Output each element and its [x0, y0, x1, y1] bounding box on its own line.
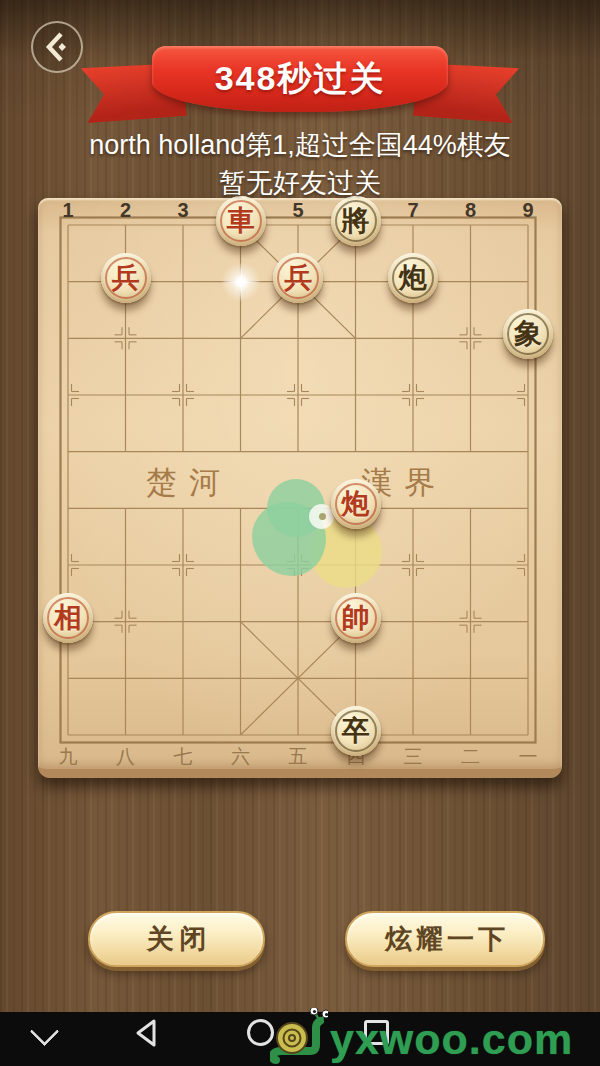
back-arrow-icon — [40, 30, 74, 64]
piece-glyph: 車 — [227, 207, 255, 235]
file-label-bottom: 八 — [116, 744, 135, 770]
piece-red-cannon[interactable]: 炮 — [331, 479, 381, 529]
piece-red-soldier[interactable]: 兵 — [273, 253, 323, 303]
back-button[interactable] — [31, 21, 83, 73]
file-label-top: 1 — [62, 199, 73, 222]
file-label-top: 9 — [522, 199, 533, 222]
close-button[interactable]: 关闭 — [88, 911, 265, 967]
hide-keyboard-icon[interactable] — [30, 1017, 60, 1047]
file-label-top: 3 — [177, 199, 188, 222]
file-label-bottom: 七 — [174, 744, 193, 770]
friends-status-text: 暂无好友过关 — [0, 165, 600, 201]
result-ribbon: 348秒过关 — [0, 0, 600, 140]
file-label-top: 5 — [292, 199, 303, 222]
river-label-chu-he: 楚河 — [146, 462, 232, 504]
piece-red-soldier[interactable]: 兵 — [101, 253, 151, 303]
piece-glyph: 帥 — [342, 604, 370, 632]
piece-glyph: 相 — [54, 604, 82, 632]
piece-red-general[interactable]: 帥 — [331, 593, 381, 643]
result-title: 348秒过关 — [215, 56, 386, 102]
snail-logo-icon — [270, 1008, 328, 1064]
snail-watermark-pupil — [319, 513, 326, 520]
file-label-top: 2 — [120, 199, 131, 222]
piece-glyph: 炮 — [399, 264, 427, 292]
file-label-top: 7 — [407, 199, 418, 222]
file-label-top: 8 — [465, 199, 476, 222]
piece-glyph: 兵 — [284, 264, 312, 292]
piece-black-elephant[interactable]: 象 — [503, 309, 553, 359]
piece-black-soldier[interactable]: 卒 — [331, 706, 381, 756]
file-label-bottom: 三 — [404, 744, 423, 770]
piece-glyph: 卒 — [342, 717, 370, 745]
piece-black-general[interactable]: 將 — [331, 196, 381, 246]
last-move-sparkle — [220, 261, 262, 303]
piece-red-chariot[interactable]: 車 — [216, 196, 266, 246]
file-label-bottom: 九 — [59, 744, 78, 770]
piece-glyph: 象 — [514, 320, 542, 348]
file-label-bottom: 五 — [289, 744, 308, 770]
ribbon-band: 348秒过关 — [152, 46, 448, 112]
piece-black-cannon[interactable]: 炮 — [388, 253, 438, 303]
file-label-bottom: 六 — [231, 744, 250, 770]
show-off-button[interactable]: 炫耀一下 — [345, 911, 545, 967]
piece-red-elephant[interactable]: 相 — [43, 593, 93, 643]
android-back-icon[interactable] — [132, 1018, 162, 1048]
file-label-bottom: 一 — [519, 744, 538, 770]
piece-glyph: 兵 — [112, 264, 140, 292]
site-watermark-text: yxwoo.com — [330, 1018, 573, 1061]
xiangqi-board: 楚河 漢界 123456789 九八七六五四三二一 車將兵兵炮象炮相帥卒 — [38, 198, 562, 778]
site-watermark: yxwoo.com — [270, 1008, 573, 1064]
piece-glyph: 炮 — [342, 490, 370, 518]
file-label-bottom: 二 — [461, 744, 480, 770]
result-screen: 348秒过关 north holland第1,超过全国44%棋友 暂无好友过关 … — [0, 0, 600, 1066]
piece-glyph: 將 — [342, 207, 370, 235]
